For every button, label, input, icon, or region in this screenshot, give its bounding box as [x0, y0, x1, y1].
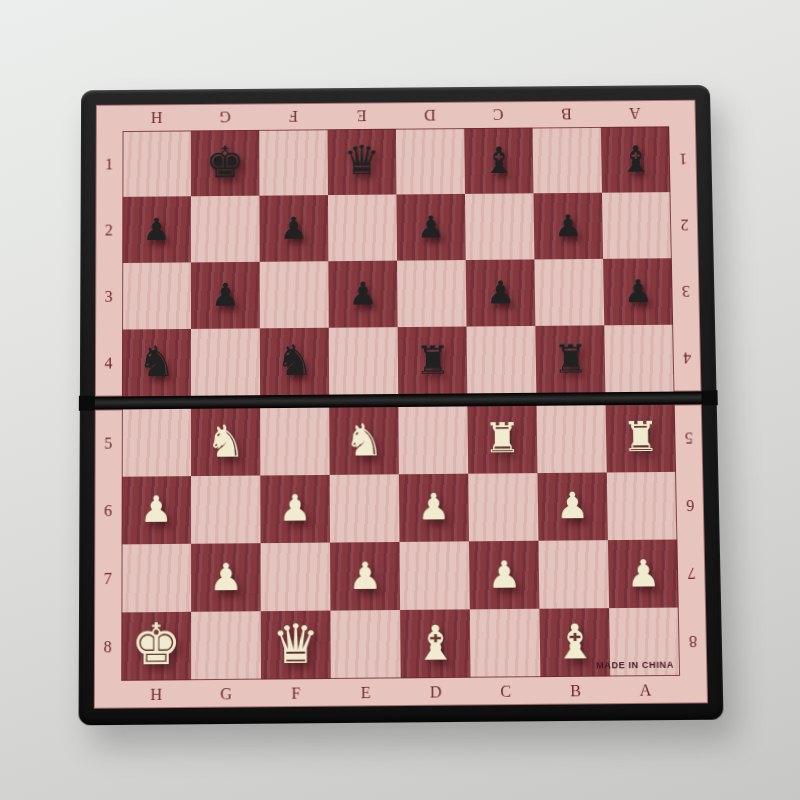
white-pawn-c7[interactable]: ♟: [487, 556, 521, 594]
file-label-bottom-d: D: [401, 678, 471, 706]
white-pawn-f6[interactable]: ♟: [279, 490, 312, 527]
square-h7[interactable]: [121, 544, 191, 613]
black-rook-b4[interactable]: ♜: [553, 339, 589, 378]
square-e4[interactable]: [329, 327, 398, 394]
board-top-grid: HGFEDCBA1♚♛♝♝12♟♟♟♟23♟♟♟♟34♞♞♜♜4: [95, 100, 702, 397]
square-f6[interactable]: ♟: [260, 475, 330, 543]
square-e7[interactable]: ♟: [330, 542, 400, 611]
rank-label-right-6: 6: [676, 472, 705, 540]
square-c6[interactable]: [468, 473, 538, 541]
white-pawn-g7[interactable]: ♟: [209, 558, 243, 596]
square-c7[interactable]: ♟: [469, 541, 539, 610]
rank-label-right-7: 7: [677, 539, 706, 607]
rank-label-left-3: 3: [95, 263, 122, 330]
square-f3[interactable]: [260, 261, 329, 328]
white-bishop-d8[interactable]: ♝: [414, 619, 457, 667]
square-h5[interactable]: [122, 409, 191, 477]
square-f5[interactable]: [260, 408, 330, 476]
square-h3[interactable]: [122, 262, 191, 329]
file-label-top-b: B: [532, 101, 601, 128]
black-pawn-f2[interactable]: ♟: [280, 213, 308, 244]
square-b1[interactable]: [533, 127, 602, 193]
black-pawn-g3[interactable]: ♟: [211, 279, 240, 311]
black-bishop-a1[interactable]: ♝: [619, 141, 653, 178]
file-label-top-g: G: [191, 103, 259, 130]
square-b2[interactable]: ♟: [533, 193, 603, 260]
square-d7[interactable]: [400, 541, 470, 610]
white-pawn-a7[interactable]: ♟: [626, 554, 660, 592]
rank-label-right-4: 4: [673, 325, 701, 392]
square-f4[interactable]: ♞: [260, 328, 329, 395]
white-pawn-b6[interactable]: ♟: [556, 488, 589, 525]
square-g7[interactable]: ♟: [191, 543, 261, 612]
black-pawn-a3[interactable]: ♟: [623, 275, 652, 307]
square-g4[interactable]: [191, 328, 260, 395]
photo-scene: HGFEDCBA1♚♛♝♝12♟♟♟♟23♟♟♟♟34♞♞♜♜4 5♞♞♜♜56…: [0, 0, 800, 800]
square-f2[interactable]: ♟: [259, 195, 328, 262]
white-knight-g5[interactable]: ♞: [206, 419, 246, 464]
square-d1[interactable]: [396, 128, 465, 194]
square-d4[interactable]: ♜: [398, 327, 468, 394]
white-pawn-h6[interactable]: ♟: [140, 491, 173, 528]
black-knight-f4[interactable]: ♞: [276, 340, 314, 382]
rank-label-left-2: 2: [95, 197, 122, 263]
square-c1[interactable]: ♝: [464, 128, 533, 194]
square-a6[interactable]: [607, 472, 678, 540]
black-pawn-d2[interactable]: ♟: [417, 212, 445, 243]
square-a5[interactable]: ♜: [606, 405, 676, 473]
rank-label-left-5: 5: [95, 409, 122, 477]
square-g2[interactable]: [191, 196, 260, 263]
square-b5[interactable]: [537, 405, 607, 473]
square-c5[interactable]: ♜: [467, 406, 537, 474]
square-e3[interactable]: ♟: [328, 261, 397, 328]
square-d8[interactable]: ♝: [400, 609, 470, 678]
square-a1[interactable]: ♝: [601, 126, 671, 192]
rank-label-left-4: 4: [95, 330, 122, 397]
square-c2[interactable]: [465, 193, 534, 260]
white-pawn-e7[interactable]: ♟: [348, 557, 382, 595]
square-a4[interactable]: [604, 325, 674, 392]
black-pawn-e3[interactable]: ♟: [349, 278, 378, 310]
board-bottom-half: 5♞♞♜♜56♟♟♟♟67♟♟♟♟78♚♛♝♝8HGFEDCBA MADE IN…: [94, 404, 708, 708]
rank-label-right-5: 5: [675, 404, 703, 472]
rank-label-left-6: 6: [94, 477, 121, 545]
square-b7[interactable]: [538, 540, 609, 609]
rank-label-left-7: 7: [94, 544, 121, 612]
rank-label-right-8: 8: [679, 607, 708, 676]
square-g3[interactable]: ♟: [191, 262, 260, 329]
file-label-bottom-b: B: [540, 677, 610, 705]
black-queen-e1[interactable]: ♛: [344, 141, 381, 182]
white-pawn-d6[interactable]: ♟: [417, 489, 450, 526]
square-c3[interactable]: ♟: [466, 259, 536, 326]
board-top-half: HGFEDCBA1♚♛♝♝12♟♟♟♟23♟♟♟♟34♞♞♜♜4: [95, 100, 702, 397]
square-e1[interactable]: ♛: [328, 129, 397, 195]
black-king-g1[interactable]: ♚: [206, 140, 245, 184]
square-e6[interactable]: [330, 474, 400, 542]
white-knight-e5[interactable]: ♞: [344, 418, 384, 463]
rank-label-right-2: 2: [670, 192, 698, 258]
black-pawn-b2[interactable]: ♟: [554, 210, 582, 241]
made-in-china-label: MADE IN CHINA: [596, 660, 674, 671]
square-f1[interactable]: [259, 129, 328, 195]
black-rook-d4[interactable]: ♜: [415, 340, 450, 379]
square-g6[interactable]: [191, 476, 261, 544]
file-label-bottom-c: C: [471, 677, 541, 705]
white-queen-f8[interactable]: ♛: [272, 616, 320, 671]
square-d2[interactable]: ♟: [396, 194, 465, 261]
square-d3[interactable]: [397, 260, 466, 327]
square-g5[interactable]: ♞: [191, 408, 260, 476]
square-h8[interactable]: ♚: [121, 612, 191, 681]
square-a2[interactable]: [602, 192, 672, 259]
rank-label-left-8: 8: [94, 612, 122, 681]
rank-label-right-1: 1: [669, 126, 697, 192]
file-label-top-h: H: [123, 104, 191, 131]
file-label-top-a: A: [600, 100, 669, 127]
black-pawn-h2[interactable]: ♟: [143, 214, 171, 245]
file-label-top-f: F: [259, 103, 327, 130]
square-b4[interactable]: ♜: [535, 325, 605, 392]
white-bishop-b8[interactable]: ♝: [553, 617, 596, 665]
black-bishop-c1[interactable]: ♝: [482, 142, 515, 179]
white-king-h8[interactable]: ♚: [131, 616, 182, 674]
white-rook-a5[interactable]: ♜: [622, 417, 660, 458]
black-knight-h4[interactable]: ♞: [138, 341, 176, 383]
square-h6[interactable]: ♟: [122, 476, 191, 544]
margin-corner: [680, 676, 708, 704]
square-g8[interactable]: [191, 611, 261, 680]
square-h2[interactable]: ♟: [122, 196, 191, 263]
square-e8[interactable]: [330, 610, 400, 679]
margin-corner: [669, 100, 696, 127]
file-label-bottom-h: H: [121, 680, 191, 708]
file-label-top-e: E: [327, 102, 395, 129]
square-b6[interactable]: ♟: [537, 472, 607, 540]
black-pawn-c3[interactable]: ♟: [486, 277, 515, 309]
square-h1[interactable]: [122, 130, 191, 196]
square-g1[interactable]: ♚: [191, 130, 260, 196]
rank-label-right-3: 3: [672, 258, 700, 325]
square-a7[interactable]: ♟: [608, 540, 679, 609]
square-a3[interactable]: ♟: [603, 258, 673, 325]
file-label-bottom-e: E: [331, 678, 401, 706]
margin-corner: [94, 681, 121, 709]
file-label-bottom-f: F: [261, 679, 331, 707]
file-label-top-c: C: [464, 101, 533, 128]
square-e5[interactable]: ♞: [329, 407, 399, 475]
square-b3[interactable]: [534, 259, 604, 326]
square-c4[interactable]: [467, 326, 537, 393]
file-label-bottom-g: G: [191, 680, 261, 708]
chess-board-frame: HGFEDCBA1♚♛♝♝12♟♟♟♟23♟♟♟♟34♞♞♜♜4 5♞♞♜♜56…: [79, 85, 724, 725]
square-e2[interactable]: [328, 194, 397, 261]
square-c8[interactable]: [470, 609, 541, 678]
square-h4[interactable]: ♞: [122, 329, 191, 396]
margin-corner: [96, 105, 123, 132]
rank-label-left-1: 1: [96, 131, 123, 197]
square-f7[interactable]: [261, 543, 331, 612]
square-d6[interactable]: ♟: [399, 474, 469, 542]
square-d5[interactable]: [398, 406, 468, 474]
white-rook-c5[interactable]: ♜: [484, 418, 521, 459]
file-label-bottom-a: A: [610, 676, 680, 704]
square-f8[interactable]: ♛: [261, 611, 331, 680]
file-label-top-d: D: [396, 102, 465, 129]
